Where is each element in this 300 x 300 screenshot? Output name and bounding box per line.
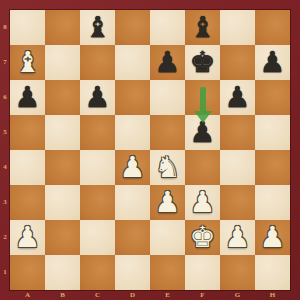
square-d8[interactable]	[115, 10, 150, 45]
square-c3[interactable]	[80, 185, 115, 220]
square-d3[interactable]	[115, 185, 150, 220]
square-h3[interactable]	[255, 185, 290, 220]
chess-board-frame: ♝♝♝♟♚♟♟♟♟♟♟♞♟♟♟♚♟♟ 87654321ABCDEFGH	[0, 0, 300, 300]
square-c4[interactable]	[80, 150, 115, 185]
square-g8[interactable]	[220, 10, 255, 45]
square-a8[interactable]	[10, 10, 45, 45]
piece-white-pawn-h2[interactable]: ♟	[255, 220, 290, 255]
last-move-arrow-head	[194, 111, 212, 123]
square-a4[interactable]	[10, 150, 45, 185]
square-b6[interactable]	[45, 80, 80, 115]
square-e1[interactable]	[150, 255, 185, 290]
square-h1[interactable]	[255, 255, 290, 290]
square-g3[interactable]	[220, 185, 255, 220]
square-g6[interactable]: ♟	[220, 80, 255, 115]
square-e5[interactable]	[150, 115, 185, 150]
square-f1[interactable]	[185, 255, 220, 290]
square-g2[interactable]: ♟	[220, 220, 255, 255]
rank-label-5: 5	[0, 115, 10, 150]
rank-label-2: 2	[0, 220, 10, 255]
square-c2[interactable]	[80, 220, 115, 255]
square-h8[interactable]	[255, 10, 290, 45]
square-h6[interactable]	[255, 80, 290, 115]
square-b3[interactable]	[45, 185, 80, 220]
square-a3[interactable]	[10, 185, 45, 220]
square-c5[interactable]	[80, 115, 115, 150]
square-e3[interactable]: ♟	[150, 185, 185, 220]
square-b2[interactable]	[45, 220, 80, 255]
file-label-a: A	[10, 290, 45, 300]
piece-white-pawn-a2[interactable]: ♟	[10, 220, 45, 255]
file-label-g: G	[220, 290, 255, 300]
square-f4[interactable]	[185, 150, 220, 185]
file-label-c: C	[80, 290, 115, 300]
chess-board: ♝♝♝♟♚♟♟♟♟♟♟♞♟♟♟♚♟♟	[10, 10, 290, 290]
square-d5[interactable]	[115, 115, 150, 150]
piece-black-pawn-g6[interactable]: ♟	[220, 80, 255, 115]
square-d4[interactable]: ♟	[115, 150, 150, 185]
rank-label-8: 8	[0, 10, 10, 45]
rank-label-4: 4	[0, 150, 10, 185]
piece-white-pawn-e3[interactable]: ♟	[150, 185, 185, 220]
square-c6[interactable]: ♟	[80, 80, 115, 115]
square-d7[interactable]	[115, 45, 150, 80]
square-d1[interactable]	[115, 255, 150, 290]
square-c1[interactable]	[80, 255, 115, 290]
square-f2[interactable]: ♚	[185, 220, 220, 255]
piece-white-pawn-d4[interactable]: ♟	[115, 150, 150, 185]
rank-label-1: 1	[0, 255, 10, 290]
square-b5[interactable]	[45, 115, 80, 150]
file-label-e: E	[150, 290, 185, 300]
piece-black-bishop-c8[interactable]: ♝	[80, 10, 115, 45]
rank-label-7: 7	[0, 45, 10, 80]
piece-black-pawn-e7[interactable]: ♟	[150, 45, 185, 80]
piece-white-knight-e4[interactable]: ♞	[150, 150, 185, 185]
square-g7[interactable]	[220, 45, 255, 80]
square-a7[interactable]: ♝	[10, 45, 45, 80]
rank-label-3: 3	[0, 185, 10, 220]
square-c7[interactable]	[80, 45, 115, 80]
square-e8[interactable]	[150, 10, 185, 45]
square-h5[interactable]	[255, 115, 290, 150]
square-f7[interactable]: ♚	[185, 45, 220, 80]
square-b8[interactable]	[45, 10, 80, 45]
square-h7[interactable]: ♟	[255, 45, 290, 80]
square-e7[interactable]: ♟	[150, 45, 185, 80]
square-b1[interactable]	[45, 255, 80, 290]
square-e6[interactable]	[150, 80, 185, 115]
square-c8[interactable]: ♝	[80, 10, 115, 45]
square-g1[interactable]	[220, 255, 255, 290]
square-h2[interactable]: ♟	[255, 220, 290, 255]
piece-black-king-f7[interactable]: ♚	[185, 45, 220, 80]
square-f8[interactable]: ♝	[185, 10, 220, 45]
square-g4[interactable]	[220, 150, 255, 185]
square-f3[interactable]: ♟	[185, 185, 220, 220]
square-a5[interactable]	[10, 115, 45, 150]
piece-black-pawn-a6[interactable]: ♟	[10, 80, 45, 115]
file-label-d: D	[115, 290, 150, 300]
file-label-f: F	[185, 290, 220, 300]
rank-label-6: 6	[0, 80, 10, 115]
square-e4[interactable]: ♞	[150, 150, 185, 185]
last-move-arrow-shaft	[200, 87, 206, 112]
square-d6[interactable]	[115, 80, 150, 115]
square-g5[interactable]	[220, 115, 255, 150]
square-a2[interactable]: ♟	[10, 220, 45, 255]
piece-white-bishop-a7[interactable]: ♝	[10, 45, 45, 80]
square-d2[interactable]	[115, 220, 150, 255]
square-a6[interactable]: ♟	[10, 80, 45, 115]
file-label-h: H	[255, 290, 290, 300]
piece-white-king-f2[interactable]: ♚	[185, 220, 220, 255]
square-b7[interactable]	[45, 45, 80, 80]
piece-white-pawn-g2[interactable]: ♟	[220, 220, 255, 255]
file-label-b: B	[45, 290, 80, 300]
square-e2[interactable]	[150, 220, 185, 255]
square-b4[interactable]	[45, 150, 80, 185]
piece-black-pawn-c6[interactable]: ♟	[80, 80, 115, 115]
piece-black-bishop-f8[interactable]: ♝	[185, 10, 220, 45]
square-h4[interactable]	[255, 150, 290, 185]
piece-black-pawn-h7[interactable]: ♟	[255, 45, 290, 80]
piece-white-pawn-f3[interactable]: ♟	[185, 185, 220, 220]
square-a1[interactable]	[10, 255, 45, 290]
